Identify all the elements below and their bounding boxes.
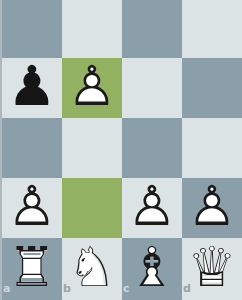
square-a2[interactable]: ♟♙: [2, 178, 62, 238]
square-d4[interactable]: [182, 58, 242, 118]
piece-outline: ♙: [122, 179, 182, 234]
piece-outline: ♘: [62, 240, 122, 295]
square-a4[interactable]: ♟: [2, 58, 62, 118]
white-rook[interactable]: ♜♖: [2, 238, 62, 300]
square-b1[interactable]: b♞♘: [62, 238, 122, 300]
chess-board-screenshot: ♟♟♙♟♙♟♙♟♙a♜♖b♞♘c♝♗d♛♕: [0, 0, 242, 300]
chess-board: ♟♟♙♟♙♟♙♟♙a♜♖b♞♘c♝♗d♛♕: [2, 0, 242, 300]
square-d2[interactable]: ♟♙: [182, 178, 242, 238]
square-d1[interactable]: d♛♕: [182, 238, 242, 300]
white-knight[interactable]: ♞♘: [62, 238, 122, 300]
square-c5[interactable]: [122, 0, 182, 58]
square-b4[interactable]: ♟♙: [62, 58, 122, 118]
square-c1[interactable]: c♝♗: [122, 238, 182, 300]
piece-outline: ♗: [122, 240, 182, 295]
square-d3[interactable]: [182, 118, 242, 178]
piece-outline: ♙: [182, 179, 242, 234]
piece-outline: ♙: [62, 59, 122, 114]
white-pawn[interactable]: ♟♙: [62, 58, 122, 118]
white-queen[interactable]: ♛♕: [182, 238, 242, 300]
piece-outline: ♕: [182, 240, 242, 295]
white-pawn[interactable]: ♟♙: [2, 178, 62, 238]
white-pawn[interactable]: ♟♙: [122, 178, 182, 238]
piece-outline: ♖: [2, 240, 62, 295]
square-a5[interactable]: [2, 0, 62, 58]
white-bishop[interactable]: ♝♗: [122, 238, 182, 300]
square-a1[interactable]: a♜♖: [2, 238, 62, 300]
piece-outline: ♙: [2, 179, 62, 234]
white-pawn[interactable]: ♟♙: [182, 178, 242, 238]
square-d5[interactable]: [182, 0, 242, 58]
square-c4[interactable]: [122, 58, 182, 118]
square-c2[interactable]: ♟♙: [122, 178, 182, 238]
square-c3[interactable]: [122, 118, 182, 178]
square-b2[interactable]: [62, 178, 122, 238]
square-b5[interactable]: [62, 0, 122, 58]
black-pawn[interactable]: ♟: [2, 58, 62, 118]
square-b3[interactable]: [62, 118, 122, 178]
square-a3[interactable]: [2, 118, 62, 178]
piece-fill: ♟: [2, 59, 62, 114]
